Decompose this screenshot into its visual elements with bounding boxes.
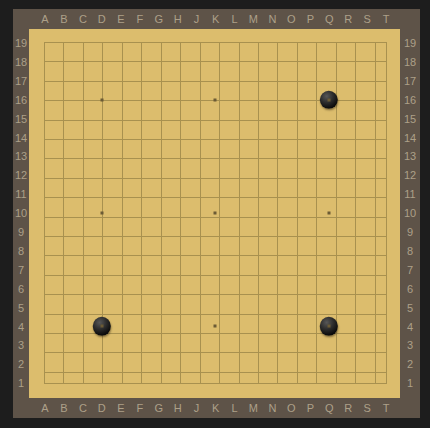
intersection-P7[interactable] [301,260,320,279]
intersection-M19[interactable] [244,34,263,53]
intersection-G10[interactable] [149,204,168,223]
intersection-J10[interactable] [187,204,206,223]
intersection-D12[interactable] [92,166,111,185]
intersection-N7[interactable] [263,260,282,279]
intersection-E14[interactable] [111,128,130,147]
intersection-G11[interactable] [149,185,168,204]
intersection-L4[interactable] [225,317,244,336]
intersection-A1[interactable] [36,374,55,393]
intersection-S19[interactable] [357,34,376,53]
intersection-B4[interactable] [54,317,73,336]
intersection-O7[interactable] [282,260,301,279]
intersection-S18[interactable] [357,52,376,71]
intersection-G18[interactable] [149,52,168,71]
intersection-G15[interactable] [149,109,168,128]
intersection-D7[interactable] [92,260,111,279]
intersection-M16[interactable] [244,90,263,109]
intersection-K16[interactable] [206,90,225,109]
intersection-C7[interactable] [73,260,92,279]
intersection-D9[interactable] [92,222,111,241]
intersection-G5[interactable] [149,298,168,317]
intersection-F12[interactable] [130,166,149,185]
intersection-M12[interactable] [244,166,263,185]
intersection-G17[interactable] [149,71,168,90]
intersection-J13[interactable] [187,147,206,166]
intersection-O11[interactable] [282,185,301,204]
intersection-H2[interactable] [168,355,187,374]
intersection-K4[interactable] [206,317,225,336]
intersection-L9[interactable] [225,222,244,241]
intersection-F4[interactable] [130,317,149,336]
intersection-F2[interactable] [130,355,149,374]
intersection-R3[interactable] [339,336,358,355]
intersection-B12[interactable] [54,166,73,185]
intersection-S4[interactable] [357,317,376,336]
intersection-D1[interactable] [92,374,111,393]
intersection-B17[interactable] [54,71,73,90]
intersection-N19[interactable] [263,34,282,53]
intersection-R17[interactable] [339,71,358,90]
intersection-O3[interactable] [282,336,301,355]
intersection-G12[interactable] [149,166,168,185]
intersection-Q7[interactable] [320,260,339,279]
intersection-E2[interactable] [111,355,130,374]
intersection-C6[interactable] [73,279,92,298]
intersection-H17[interactable] [168,71,187,90]
intersection-E4[interactable] [111,317,130,336]
intersection-E1[interactable] [111,374,130,393]
intersection-S15[interactable] [357,109,376,128]
intersection-S11[interactable] [357,185,376,204]
intersection-O2[interactable] [282,355,301,374]
intersection-A11[interactable] [36,185,55,204]
black-stone-Q16[interactable] [320,90,338,108]
intersection-A17[interactable] [36,71,55,90]
intersection-H4[interactable] [168,317,187,336]
intersection-F14[interactable] [130,128,149,147]
intersection-S6[interactable] [357,279,376,298]
intersection-M17[interactable] [244,71,263,90]
intersection-P5[interactable] [301,298,320,317]
intersection-K13[interactable] [206,147,225,166]
intersection-Q2[interactable] [320,355,339,374]
intersection-M14[interactable] [244,128,263,147]
intersection-M7[interactable] [244,260,263,279]
intersection-P10[interactable] [301,204,320,223]
intersection-P13[interactable] [301,147,320,166]
intersection-L11[interactable] [225,185,244,204]
intersection-S7[interactable] [357,260,376,279]
intersection-B18[interactable] [54,52,73,71]
intersection-O6[interactable] [282,279,301,298]
intersection-L12[interactable] [225,166,244,185]
intersection-K5[interactable] [206,298,225,317]
intersection-D11[interactable] [92,185,111,204]
intersection-S9[interactable] [357,222,376,241]
intersection-C2[interactable] [73,355,92,374]
intersection-S2[interactable] [357,355,376,374]
intersection-J8[interactable] [187,241,206,260]
intersection-K15[interactable] [206,109,225,128]
intersection-H10[interactable] [168,204,187,223]
intersection-N5[interactable] [263,298,282,317]
intersection-R13[interactable] [339,147,358,166]
intersection-K3[interactable] [206,336,225,355]
intersection-M6[interactable] [244,279,263,298]
intersection-K12[interactable] [206,166,225,185]
intersection-A15[interactable] [36,109,55,128]
intersection-B14[interactable] [54,128,73,147]
intersection-T2[interactable] [376,355,395,374]
intersection-N17[interactable] [263,71,282,90]
intersection-B7[interactable] [54,260,73,279]
black-stone-D4[interactable] [93,317,111,335]
intersection-O13[interactable] [282,147,301,166]
intersection-C19[interactable] [73,34,92,53]
intersection-A12[interactable] [36,166,55,185]
intersection-A6[interactable] [36,279,55,298]
intersection-H6[interactable] [168,279,187,298]
intersection-L6[interactable] [225,279,244,298]
intersection-N1[interactable] [263,374,282,393]
intersection-E16[interactable] [111,90,130,109]
intersection-A13[interactable] [36,147,55,166]
intersection-N4[interactable] [263,317,282,336]
intersection-A14[interactable] [36,128,55,147]
intersection-D3[interactable] [92,336,111,355]
intersection-J4[interactable] [187,317,206,336]
intersection-L15[interactable] [225,109,244,128]
intersection-P8[interactable] [301,241,320,260]
intersection-N14[interactable] [263,128,282,147]
intersection-A8[interactable] [36,241,55,260]
intersection-Q13[interactable] [320,147,339,166]
intersection-Q11[interactable] [320,185,339,204]
intersection-L14[interactable] [225,128,244,147]
intersection-T15[interactable] [376,109,395,128]
intersection-S12[interactable] [357,166,376,185]
intersection-Q1[interactable] [320,374,339,393]
intersection-G1[interactable] [149,374,168,393]
intersection-E15[interactable] [111,109,130,128]
intersection-Q6[interactable] [320,279,339,298]
intersection-Q15[interactable] [320,109,339,128]
intersection-F6[interactable] [130,279,149,298]
intersection-A3[interactable] [36,336,55,355]
intersection-J15[interactable] [187,109,206,128]
intersection-M15[interactable] [244,109,263,128]
intersection-P15[interactable] [301,109,320,128]
intersection-H13[interactable] [168,147,187,166]
intersection-P3[interactable] [301,336,320,355]
intersection-G13[interactable] [149,147,168,166]
intersection-N11[interactable] [263,185,282,204]
intersection-A16[interactable] [36,90,55,109]
intersection-S17[interactable] [357,71,376,90]
intersection-P1[interactable] [301,374,320,393]
intersection-L17[interactable] [225,71,244,90]
intersection-L19[interactable] [225,34,244,53]
intersection-K19[interactable] [206,34,225,53]
intersection-D5[interactable] [92,298,111,317]
intersection-N18[interactable] [263,52,282,71]
intersection-K10[interactable] [206,204,225,223]
intersection-C14[interactable] [73,128,92,147]
intersection-B10[interactable] [54,204,73,223]
intersection-H12[interactable] [168,166,187,185]
intersection-E10[interactable] [111,204,130,223]
intersection-T5[interactable] [376,298,395,317]
intersection-C12[interactable] [73,166,92,185]
intersection-T7[interactable] [376,260,395,279]
intersection-R19[interactable] [339,34,358,53]
intersection-E8[interactable] [111,241,130,260]
intersection-O17[interactable] [282,71,301,90]
intersection-R14[interactable] [339,128,358,147]
intersection-F10[interactable] [130,204,149,223]
intersection-H5[interactable] [168,298,187,317]
intersection-C17[interactable] [73,71,92,90]
intersection-A10[interactable] [36,204,55,223]
intersection-E12[interactable] [111,166,130,185]
intersection-G19[interactable] [149,34,168,53]
intersection-O8[interactable] [282,241,301,260]
intersection-T4[interactable] [376,317,395,336]
intersection-O4[interactable] [282,317,301,336]
intersection-M1[interactable] [244,374,263,393]
intersection-H16[interactable] [168,90,187,109]
intersection-C1[interactable] [73,374,92,393]
intersection-D6[interactable] [92,279,111,298]
intersection-J5[interactable] [187,298,206,317]
intersection-H14[interactable] [168,128,187,147]
intersection-T8[interactable] [376,241,395,260]
intersection-P9[interactable] [301,222,320,241]
intersection-G2[interactable] [149,355,168,374]
intersection-E7[interactable] [111,260,130,279]
intersection-P14[interactable] [301,128,320,147]
intersection-G6[interactable] [149,279,168,298]
intersection-H19[interactable] [168,34,187,53]
intersection-B19[interactable] [54,34,73,53]
intersection-M13[interactable] [244,147,263,166]
intersection-S5[interactable] [357,298,376,317]
intersection-L1[interactable] [225,374,244,393]
intersection-K1[interactable] [206,374,225,393]
intersection-D2[interactable] [92,355,111,374]
intersection-C18[interactable] [73,52,92,71]
intersection-J3[interactable] [187,336,206,355]
intersection-J19[interactable] [187,34,206,53]
intersection-B11[interactable] [54,185,73,204]
intersection-N3[interactable] [263,336,282,355]
intersection-L16[interactable] [225,90,244,109]
intersection-R7[interactable] [339,260,358,279]
intersection-F9[interactable] [130,222,149,241]
intersection-M3[interactable] [244,336,263,355]
intersection-M11[interactable] [244,185,263,204]
intersection-E18[interactable] [111,52,130,71]
intersection-J6[interactable] [187,279,206,298]
intersection-J17[interactable] [187,71,206,90]
intersection-D4[interactable] [92,317,111,336]
intersection-P12[interactable] [301,166,320,185]
intersection-Q8[interactable] [320,241,339,260]
intersection-T13[interactable] [376,147,395,166]
intersection-O16[interactable] [282,90,301,109]
intersection-D18[interactable] [92,52,111,71]
intersection-T14[interactable] [376,128,395,147]
intersection-Q14[interactable] [320,128,339,147]
intersection-K2[interactable] [206,355,225,374]
intersection-P2[interactable] [301,355,320,374]
intersection-M8[interactable] [244,241,263,260]
intersection-L7[interactable] [225,260,244,279]
intersection-G14[interactable] [149,128,168,147]
intersection-B8[interactable] [54,241,73,260]
intersection-C13[interactable] [73,147,92,166]
intersection-R6[interactable] [339,279,358,298]
intersection-M9[interactable] [244,222,263,241]
intersection-C8[interactable] [73,241,92,260]
intersection-B5[interactable] [54,298,73,317]
intersection-O15[interactable] [282,109,301,128]
intersection-S8[interactable] [357,241,376,260]
intersection-H11[interactable] [168,185,187,204]
intersection-N9[interactable] [263,222,282,241]
intersection-S13[interactable] [357,147,376,166]
intersection-S3[interactable] [357,336,376,355]
intersection-F16[interactable] [130,90,149,109]
intersection-A2[interactable] [36,355,55,374]
intersection-L10[interactable] [225,204,244,223]
intersection-C5[interactable] [73,298,92,317]
intersection-D15[interactable] [92,109,111,128]
intersection-R18[interactable] [339,52,358,71]
intersection-K9[interactable] [206,222,225,241]
intersection-O10[interactable] [282,204,301,223]
intersection-D14[interactable] [92,128,111,147]
intersection-T6[interactable] [376,279,395,298]
intersection-K6[interactable] [206,279,225,298]
intersection-H8[interactable] [168,241,187,260]
intersection-D16[interactable] [92,90,111,109]
intersection-O14[interactable] [282,128,301,147]
intersection-G16[interactable] [149,90,168,109]
intersection-D17[interactable] [92,71,111,90]
intersection-O5[interactable] [282,298,301,317]
intersection-O9[interactable] [282,222,301,241]
intersection-F19[interactable] [130,34,149,53]
intersection-O18[interactable] [282,52,301,71]
intersection-N16[interactable] [263,90,282,109]
intersection-R10[interactable] [339,204,358,223]
intersection-M4[interactable] [244,317,263,336]
intersection-J11[interactable] [187,185,206,204]
intersection-B16[interactable] [54,90,73,109]
intersection-T10[interactable] [376,204,395,223]
intersection-C15[interactable] [73,109,92,128]
intersection-J18[interactable] [187,52,206,71]
intersection-H18[interactable] [168,52,187,71]
intersection-F5[interactable] [130,298,149,317]
intersection-J12[interactable] [187,166,206,185]
intersection-E6[interactable] [111,279,130,298]
intersection-Q3[interactable] [320,336,339,355]
intersection-H3[interactable] [168,336,187,355]
intersection-G7[interactable] [149,260,168,279]
intersection-D19[interactable] [92,34,111,53]
intersection-B13[interactable] [54,147,73,166]
intersection-E19[interactable] [111,34,130,53]
intersection-S16[interactable] [357,90,376,109]
intersection-O19[interactable] [282,34,301,53]
intersection-L18[interactable] [225,52,244,71]
intersection-F18[interactable] [130,52,149,71]
intersection-E3[interactable] [111,336,130,355]
intersection-S1[interactable] [357,374,376,393]
intersection-P11[interactable] [301,185,320,204]
intersection-D10[interactable] [92,204,111,223]
intersection-F1[interactable] [130,374,149,393]
intersection-R4[interactable] [339,317,358,336]
intersection-T17[interactable] [376,71,395,90]
intersection-K7[interactable] [206,260,225,279]
intersection-N8[interactable] [263,241,282,260]
intersection-L8[interactable] [225,241,244,260]
intersection-P19[interactable] [301,34,320,53]
intersection-C11[interactable] [73,185,92,204]
intersection-G8[interactable] [149,241,168,260]
intersection-H1[interactable] [168,374,187,393]
intersection-J2[interactable] [187,355,206,374]
intersection-C9[interactable] [73,222,92,241]
intersection-G3[interactable] [149,336,168,355]
intersection-F8[interactable] [130,241,149,260]
intersection-P18[interactable] [301,52,320,71]
intersection-F3[interactable] [130,336,149,355]
intersection-F15[interactable] [130,109,149,128]
intersection-L5[interactable] [225,298,244,317]
intersection-T3[interactable] [376,336,395,355]
intersection-Q18[interactable] [320,52,339,71]
intersection-E13[interactable] [111,147,130,166]
intersection-Q9[interactable] [320,222,339,241]
intersection-A4[interactable] [36,317,55,336]
intersection-N12[interactable] [263,166,282,185]
intersection-R15[interactable] [339,109,358,128]
intersection-E17[interactable] [111,71,130,90]
intersection-C10[interactable] [73,204,92,223]
intersection-E9[interactable] [111,222,130,241]
intersection-B9[interactable] [54,222,73,241]
intersection-N2[interactable] [263,355,282,374]
intersection-L2[interactable] [225,355,244,374]
intersection-N15[interactable] [263,109,282,128]
intersection-O12[interactable] [282,166,301,185]
intersection-M10[interactable] [244,204,263,223]
intersection-S14[interactable] [357,128,376,147]
intersection-B3[interactable] [54,336,73,355]
intersection-L13[interactable] [225,147,244,166]
intersection-P6[interactable] [301,279,320,298]
intersection-R1[interactable] [339,374,358,393]
intersection-P17[interactable] [301,71,320,90]
intersection-T18[interactable] [376,52,395,71]
intersection-T19[interactable] [376,34,395,53]
intersection-B1[interactable] [54,374,73,393]
intersection-R11[interactable] [339,185,358,204]
